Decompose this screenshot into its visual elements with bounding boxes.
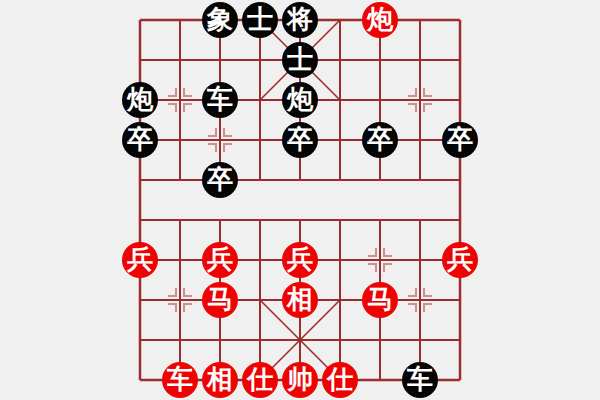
black-chariot[interactable]: 车 — [402, 362, 438, 398]
red-soldier[interactable]: 兵 — [442, 242, 478, 278]
red-soldier[interactable]: 兵 — [282, 242, 318, 278]
red-general[interactable]: 帅 — [282, 362, 318, 398]
piece-glyph: 炮 — [287, 86, 313, 112]
red-elephant[interactable]: 相 — [202, 362, 238, 398]
piece-glyph: 炮 — [367, 6, 393, 32]
piece-glyph: 士 — [247, 6, 273, 32]
piece-glyph: 帅 — [287, 366, 313, 392]
piece-glyph: 相 — [287, 286, 313, 312]
black-cannon[interactable]: 炮 — [122, 82, 158, 118]
piece-glyph: 仕 — [327, 366, 353, 392]
black-elephant[interactable]: 象 — [202, 2, 238, 38]
red-chariot[interactable]: 车 — [162, 362, 198, 398]
red-cannon[interactable]: 炮 — [362, 2, 398, 38]
xiangqi-board: 象士将炮士炮车炮卒卒卒卒卒兵兵兵兵马相马车相仕帅仕车 — [0, 0, 600, 400]
piece-glyph: 炮 — [127, 86, 153, 112]
black-advisor[interactable]: 士 — [282, 42, 318, 78]
piece-glyph: 卒 — [447, 126, 473, 152]
piece-glyph: 卒 — [287, 126, 313, 152]
black-soldier[interactable]: 卒 — [362, 122, 398, 158]
red-advisor[interactable]: 仕 — [322, 362, 358, 398]
black-soldier[interactable]: 卒 — [122, 122, 158, 158]
black-soldier[interactable]: 卒 — [282, 122, 318, 158]
piece-glyph: 将 — [287, 6, 313, 32]
black-general[interactable]: 将 — [282, 2, 318, 38]
red-soldier[interactable]: 兵 — [122, 242, 158, 278]
piece-glyph: 马 — [207, 286, 233, 312]
black-soldier[interactable]: 卒 — [202, 162, 238, 198]
piece-glyph: 象 — [207, 6, 233, 32]
black-chariot[interactable]: 车 — [202, 82, 238, 118]
red-elephant[interactable]: 相 — [282, 282, 318, 318]
piece-glyph: 仕 — [247, 366, 273, 392]
piece-glyph: 卒 — [367, 126, 393, 152]
piece-glyph: 相 — [207, 366, 233, 392]
piece-glyph: 车 — [167, 366, 193, 392]
piece-glyph: 车 — [407, 366, 433, 392]
piece-glyph: 兵 — [287, 246, 313, 272]
red-soldier[interactable]: 兵 — [202, 242, 238, 278]
red-horse[interactable]: 马 — [362, 282, 398, 318]
piece-glyph: 兵 — [207, 246, 233, 272]
board-intersections-grid: 象士将炮士炮车炮卒卒卒卒卒兵兵兵兵马相马车相仕帅仕车 — [120, 0, 480, 400]
piece-glyph: 士 — [287, 46, 313, 72]
piece-glyph: 马 — [367, 286, 393, 312]
piece-glyph: 兵 — [127, 246, 153, 272]
piece-glyph: 卒 — [127, 126, 153, 152]
black-cannon[interactable]: 炮 — [282, 82, 318, 118]
black-soldier[interactable]: 卒 — [442, 122, 478, 158]
black-advisor[interactable]: 士 — [242, 2, 278, 38]
red-advisor[interactable]: 仕 — [242, 362, 278, 398]
piece-glyph: 卒 — [207, 166, 233, 192]
piece-glyph: 车 — [207, 86, 233, 112]
red-horse[interactable]: 马 — [202, 282, 238, 318]
piece-glyph: 兵 — [447, 246, 473, 272]
